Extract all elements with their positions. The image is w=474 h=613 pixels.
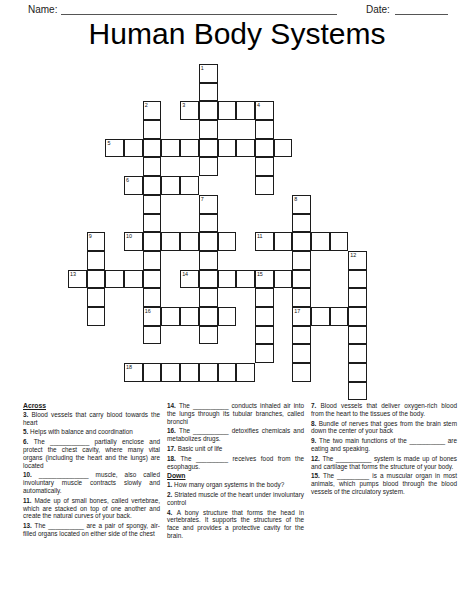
cell-number-14: 14 [182,271,188,277]
grid-cell-r11c15[interactable] [348,270,367,289]
grid-cell-r2c8[interactable] [218,101,237,120]
clue-13: 13. The __________ are a pair of spongy,… [23,522,160,538]
clue-9: 9. The two main functions of the _______… [311,437,457,453]
grid-cell-r13c12[interactable]: 17 [292,307,311,326]
cell-number-11: 11 [257,233,263,239]
grid-cell-r10c7[interactable] [199,251,218,270]
grid-cell-r9c4[interactable] [143,232,162,251]
grid-cell-r9c1[interactable]: 9 [87,232,106,251]
grid-cell-r12c1[interactable] [87,288,106,307]
grid-cell-r11c11[interactable] [274,270,293,289]
grid-cell-r14c15[interactable] [348,326,367,345]
grid-cell-r8c4[interactable] [143,214,162,233]
grid-cell-r9c12[interactable] [292,232,311,251]
grid-cell-r14c4[interactable] [143,326,162,345]
clue-column-1: Across3. Blood vessels that carry blood … [23,402,160,540]
grid-cell-r9c8[interactable] [218,232,237,251]
grid-cell-r4c9[interactable] [236,139,255,158]
grid-cell-r9c5[interactable] [161,232,180,251]
grid-cell-r7c12[interactable]: 8 [292,195,311,214]
grid-cell-r3c4[interactable] [143,120,162,139]
grid-cell-r14c12[interactable] [292,326,311,345]
grid-cell-r11c9[interactable] [236,270,255,289]
grid-cell-r16c4[interactable] [143,363,162,382]
clue-2: 2. Striated muscle of the heart under in… [167,491,304,507]
grid-cell-r9c11[interactable] [274,232,293,251]
grid-cell-r11c6[interactable]: 14 [180,270,199,289]
grid-cell-r12c10[interactable] [255,288,274,307]
grid-cell-r9c6[interactable] [180,232,199,251]
grid-cell-r13c14[interactable] [330,307,349,326]
grid-cell-r1c7[interactable] [199,83,218,102]
grid-cell-r3c10[interactable] [255,120,274,139]
grid-cell-r6c10[interactable] [255,176,274,195]
clue-12: 12. The __________ system is made up of … [311,455,457,471]
grid-cell-r12c15[interactable] [348,288,367,307]
cell-number-18: 18 [126,364,132,370]
clue-18: 18. The _________ receives food from the… [167,455,304,471]
grid-cell-r16c7[interactable] [199,363,218,382]
clue-11: 11. Made up of small bones, called verte… [23,497,160,520]
cell-number-1: 1 [201,65,204,71]
cell-number-9: 9 [89,233,92,239]
grid-cell-r15c10[interactable] [255,344,274,363]
clue-column-3: 7. Blood vessels that deliver oxygen-ric… [311,402,457,498]
grid-cell-r11c3[interactable] [124,270,143,289]
clue-17: 17. Basic unit of life [167,445,304,453]
cell-number-15: 15 [257,271,263,277]
grid-cell-r12c4[interactable] [143,288,162,307]
cell-number-10: 10 [126,233,132,239]
clue-8: 8. Bundle of nerves that goes from the b… [311,420,457,436]
grid-cell-r7c7[interactable]: 7 [199,195,218,214]
grid-cell-r10c15[interactable]: 12 [348,251,367,270]
grid-cell-r16c12[interactable] [292,363,311,382]
page-title: Human Body Systems [0,17,474,51]
clue-6: 6. The ___________ partially enclose and… [23,438,160,469]
grid-cell-r14c10[interactable] [255,326,274,345]
cell-number-13: 13 [70,271,76,277]
grid-cell-r11c8[interactable] [218,270,237,289]
grid-cell-r15c12[interactable] [292,344,311,363]
date-label: Date: [366,4,390,15]
grid-cell-r10c12[interactable] [292,251,311,270]
grid-cell-r9c14[interactable] [330,232,349,251]
grid-cell-r11c1[interactable] [87,270,106,289]
worksheet-page: Name: Date: Human Body Systems 123456789… [0,0,474,613]
grid-cell-r11c0[interactable]: 13 [68,270,87,289]
grid-cell-r12c7[interactable] [199,288,218,307]
clues-heading-down: Down [167,472,304,480]
grid-cell-r16c9[interactable] [236,363,255,382]
grid-cell-r10c4[interactable] [143,251,162,270]
grid-cell-r13c13[interactable] [311,307,330,326]
name-blank-line[interactable] [61,3,337,15]
grid-cell-r16c8[interactable] [218,363,237,382]
grid-cell-r9c10[interactable]: 11 [255,232,274,251]
clue-3: 3. Blood vessels that carry blood toward… [23,411,160,427]
grid-cell-r4c4[interactable] [143,139,162,158]
grid-cell-r4c7[interactable] [199,139,218,158]
cell-number-2: 2 [145,102,148,108]
grid-cell-r9c7[interactable] [199,232,218,251]
grid-cell-r13c10[interactable] [255,307,274,326]
grid-cell-r9c13[interactable] [311,232,330,251]
cell-number-3: 3 [182,102,185,108]
grid-cell-r2c9[interactable] [236,101,255,120]
crossword-grid: 123456789101112131415161718 [68,64,367,400]
grid-cell-r8c12[interactable] [292,214,311,233]
clue-16: 16. The __________ detoxifies chemicals … [167,427,304,443]
grid-cell-r4c11[interactable] [274,139,293,158]
cell-number-7: 7 [201,196,204,202]
grid-cell-r11c2[interactable] [105,270,124,289]
grid-cell-r13c6[interactable] [180,307,199,326]
grid-cell-r13c4[interactable]: 16 [143,307,162,326]
grid-cell-r16c15[interactable] [348,363,367,382]
grid-cell-r11c10[interactable]: 15 [255,270,274,289]
grid-cell-r4c3[interactable] [124,139,143,158]
grid-cell-r4c6[interactable] [180,139,199,158]
grid-cell-r6c3[interactable]: 6 [124,176,143,195]
grid-cell-r13c5[interactable] [161,307,180,326]
clue-10: 10. ______________ muscle, also called i… [23,471,160,494]
grid-cell-r17c15[interactable] [348,382,367,401]
cell-number-16: 16 [145,308,151,314]
grid-cell-r2c10[interactable]: 4 [255,101,274,120]
cell-number-8: 8 [294,196,297,202]
grid-cell-r0c7[interactable]: 1 [199,64,218,83]
cell-number-17: 17 [294,308,300,314]
clue-4: 4. A bony structure that forms the head … [167,509,304,540]
cell-number-6: 6 [126,177,129,183]
grid-cell-r6c5[interactable] [161,176,180,195]
grid-cell-r11c7[interactable] [199,270,218,289]
grid-cell-r13c7[interactable] [199,307,218,326]
grid-cell-r4c2[interactable]: 5 [105,139,124,158]
grid-cell-r4c8[interactable] [218,139,237,158]
grid-cell-r2c4[interactable]: 2 [143,101,162,120]
clues-heading-across: Across [23,402,160,410]
clue-7: 7. Blood vessels that deliver oxygen-ric… [311,402,457,418]
grid-cell-r8c7[interactable] [199,214,218,233]
grid-cell-r4c5[interactable] [161,139,180,158]
grid-cell-r16c6[interactable] [180,363,199,382]
grid-cell-r7c4[interactable] [143,195,162,214]
grid-cell-r6c6[interactable] [180,176,199,195]
grid-cell-r16c5[interactable] [161,363,180,382]
grid-cell-r13c15[interactable] [348,307,367,326]
grid-cell-r5c10[interactable] [255,157,274,176]
cell-number-4: 4 [257,102,260,108]
grid-cell-r5c7[interactable] [199,157,218,176]
grid-cell-r5c4[interactable] [143,157,162,176]
grid-cell-r15c15[interactable] [348,344,367,363]
grid-cell-r9c3[interactable]: 10 [124,232,143,251]
grid-cell-r10c1[interactable] [87,251,106,270]
grid-cell-r11c4[interactable] [143,270,162,289]
clue-1: 1. How many organ systems in the body? [167,481,304,489]
grid-cell-r6c4[interactable] [143,176,162,195]
clue-15: 15. The _________ is a muscular organ in… [311,472,457,495]
clue-5: 5. Helps with balance and coordination [23,428,160,436]
clue-column-2: 14. The __________ conducts inhaled air … [167,402,304,542]
grid-cell-r2c7[interactable] [199,101,218,120]
name-label: Name: [28,4,57,15]
grid-cell-r11c12[interactable] [292,270,311,289]
grid-cell-r4c10[interactable] [255,139,274,158]
grid-cell-r16c3[interactable]: 18 [124,363,143,382]
grid-cell-r13c1[interactable] [87,307,106,326]
grid-cell-r14c7[interactable] [199,326,218,345]
grid-cell-r3c7[interactable] [199,120,218,139]
grid-cell-r12c12[interactable] [292,288,311,307]
cell-number-5: 5 [107,140,110,146]
cell-number-12: 12 [350,252,356,258]
grid-cell-r13c8[interactable] [218,307,237,326]
clue-14: 14. The __________ conducts inhaled air … [167,402,304,425]
grid-cell-r2c6[interactable]: 3 [180,101,199,120]
date-blank-line[interactable] [395,3,448,15]
